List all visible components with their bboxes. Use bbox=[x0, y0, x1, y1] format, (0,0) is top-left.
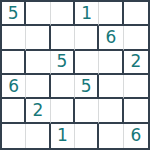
given-digit: 5 bbox=[56, 53, 67, 70]
cell-r4c1[interactable]: 6 bbox=[2, 75, 26, 99]
cell-r1c4[interactable]: 1 bbox=[75, 2, 99, 26]
cell-r6c1[interactable] bbox=[2, 124, 26, 148]
cell-r5c2[interactable]: 2 bbox=[26, 99, 50, 123]
cell-r3c3[interactable]: 5 bbox=[51, 51, 75, 75]
cell-r2c4[interactable] bbox=[75, 26, 99, 50]
cell-r2c6[interactable] bbox=[124, 26, 148, 50]
given-digit: 2 bbox=[33, 102, 44, 119]
cell-r2c2[interactable] bbox=[26, 26, 50, 50]
cell-r1c5[interactable] bbox=[99, 2, 123, 26]
cell-r1c2[interactable] bbox=[26, 2, 50, 26]
cell-r5c1[interactable] bbox=[2, 99, 26, 123]
cell-r3c1[interactable] bbox=[2, 51, 26, 75]
cell-r2c1[interactable] bbox=[2, 26, 26, 50]
cell-r6c2[interactable] bbox=[26, 124, 50, 148]
cell-r3c6[interactable]: 2 bbox=[124, 51, 148, 75]
cell-r1c1[interactable]: 5 bbox=[2, 2, 26, 26]
cell-r2c5[interactable]: 6 bbox=[99, 26, 123, 50]
given-digit: 1 bbox=[57, 127, 68, 144]
given-digit: 5 bbox=[81, 78, 92, 95]
cell-r6c5[interactable] bbox=[99, 124, 123, 148]
given-digit: 6 bbox=[106, 29, 117, 46]
cell-r6c3[interactable]: 1 bbox=[51, 124, 75, 148]
cell-r4c5[interactable] bbox=[99, 75, 123, 99]
cell-r5c6[interactable] bbox=[124, 99, 148, 123]
given-digit: 2 bbox=[130, 53, 141, 70]
cell-r5c4[interactable] bbox=[75, 99, 99, 123]
given-digit: 6 bbox=[8, 78, 19, 95]
cell-r2c3[interactable] bbox=[51, 26, 75, 50]
given-digit: 5 bbox=[8, 5, 19, 22]
cell-r4c3[interactable] bbox=[51, 75, 75, 99]
puzzle-board: 5165265216 bbox=[0, 0, 150, 150]
cell-r4c6[interactable] bbox=[124, 75, 148, 99]
cell-r1c6[interactable] bbox=[124, 2, 148, 26]
cell-r3c5[interactable] bbox=[99, 51, 123, 75]
cell-r1c3[interactable] bbox=[51, 2, 75, 26]
given-digit: 1 bbox=[81, 5, 92, 22]
cell-r5c3[interactable] bbox=[51, 99, 75, 123]
cell-r3c4[interactable] bbox=[75, 51, 99, 75]
cell-r5c5[interactable] bbox=[99, 99, 123, 123]
cell-r6c6[interactable]: 6 bbox=[124, 124, 148, 148]
cell-r3c2[interactable] bbox=[26, 51, 50, 75]
cell-r6c4[interactable] bbox=[75, 124, 99, 148]
puzzle-page: 5165265216 bbox=[0, 0, 150, 150]
cell-r4c4[interactable]: 5 bbox=[75, 75, 99, 99]
given-digit: 6 bbox=[130, 127, 141, 144]
cell-r4c2[interactable] bbox=[26, 75, 50, 99]
